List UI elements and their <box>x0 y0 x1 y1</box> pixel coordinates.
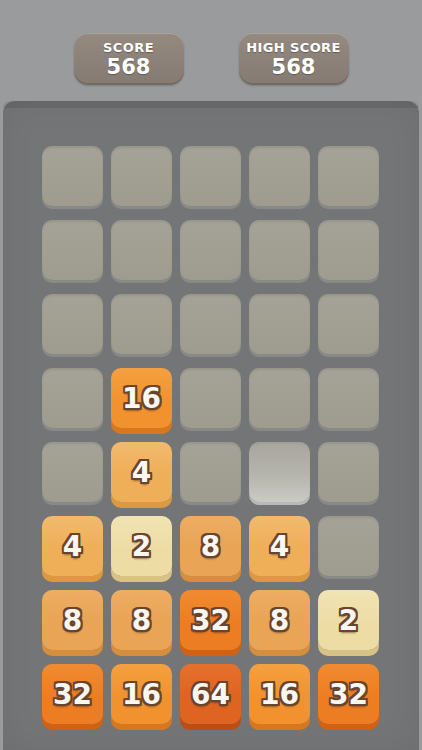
empty-cell <box>42 294 103 354</box>
tile-2: 2 <box>318 590 379 650</box>
high-score-box: HIGH SCORE 568 <box>239 33 349 85</box>
tile-16: 16 <box>249 664 310 724</box>
game-screen: SCORE 568 HIGH SCORE 568 164428488328232… <box>0 0 422 750</box>
empty-cell <box>318 294 379 354</box>
empty-cell <box>249 294 310 354</box>
empty-cell <box>180 146 241 206</box>
tile-32: 32 <box>42 664 103 724</box>
score-panel: SCORE 568 HIGH SCORE 568 <box>0 33 422 85</box>
empty-cell <box>249 220 310 280</box>
tile-grid: 16442848832823216641632 <box>42 146 379 724</box>
empty-cell <box>318 368 379 428</box>
empty-cell <box>249 146 310 206</box>
cell-spawn-highlight <box>249 442 310 502</box>
empty-cell <box>42 220 103 280</box>
empty-cell <box>249 368 310 428</box>
high-score-label: HIGH SCORE <box>246 40 341 55</box>
empty-cell <box>180 220 241 280</box>
empty-cell <box>42 146 103 206</box>
score-label: SCORE <box>103 40 154 55</box>
tile-4: 4 <box>111 442 172 502</box>
empty-cell <box>318 442 379 502</box>
score-box: SCORE 568 <box>74 33 184 85</box>
game-board[interactable]: 16442848832823216641632 <box>3 101 419 750</box>
empty-cell <box>111 294 172 354</box>
tile-8: 8 <box>180 516 241 576</box>
tile-16: 16 <box>111 368 172 428</box>
empty-cell <box>42 368 103 428</box>
tile-16: 16 <box>111 664 172 724</box>
score-value: 568 <box>107 56 151 79</box>
tile-32: 32 <box>318 664 379 724</box>
tile-64: 64 <box>180 664 241 724</box>
tile-4: 4 <box>249 516 310 576</box>
empty-cell <box>180 294 241 354</box>
empty-cell <box>111 220 172 280</box>
high-score-value: 568 <box>272 56 316 79</box>
tile-2: 2 <box>111 516 172 576</box>
tile-8: 8 <box>42 590 103 650</box>
empty-cell <box>318 516 379 576</box>
empty-cell <box>180 442 241 502</box>
tile-8: 8 <box>111 590 172 650</box>
empty-cell <box>111 146 172 206</box>
tile-8: 8 <box>249 590 310 650</box>
empty-cell <box>318 146 379 206</box>
empty-cell <box>318 220 379 280</box>
empty-cell <box>180 368 241 428</box>
tile-32: 32 <box>180 590 241 650</box>
tile-4: 4 <box>42 516 103 576</box>
empty-cell <box>42 442 103 502</box>
